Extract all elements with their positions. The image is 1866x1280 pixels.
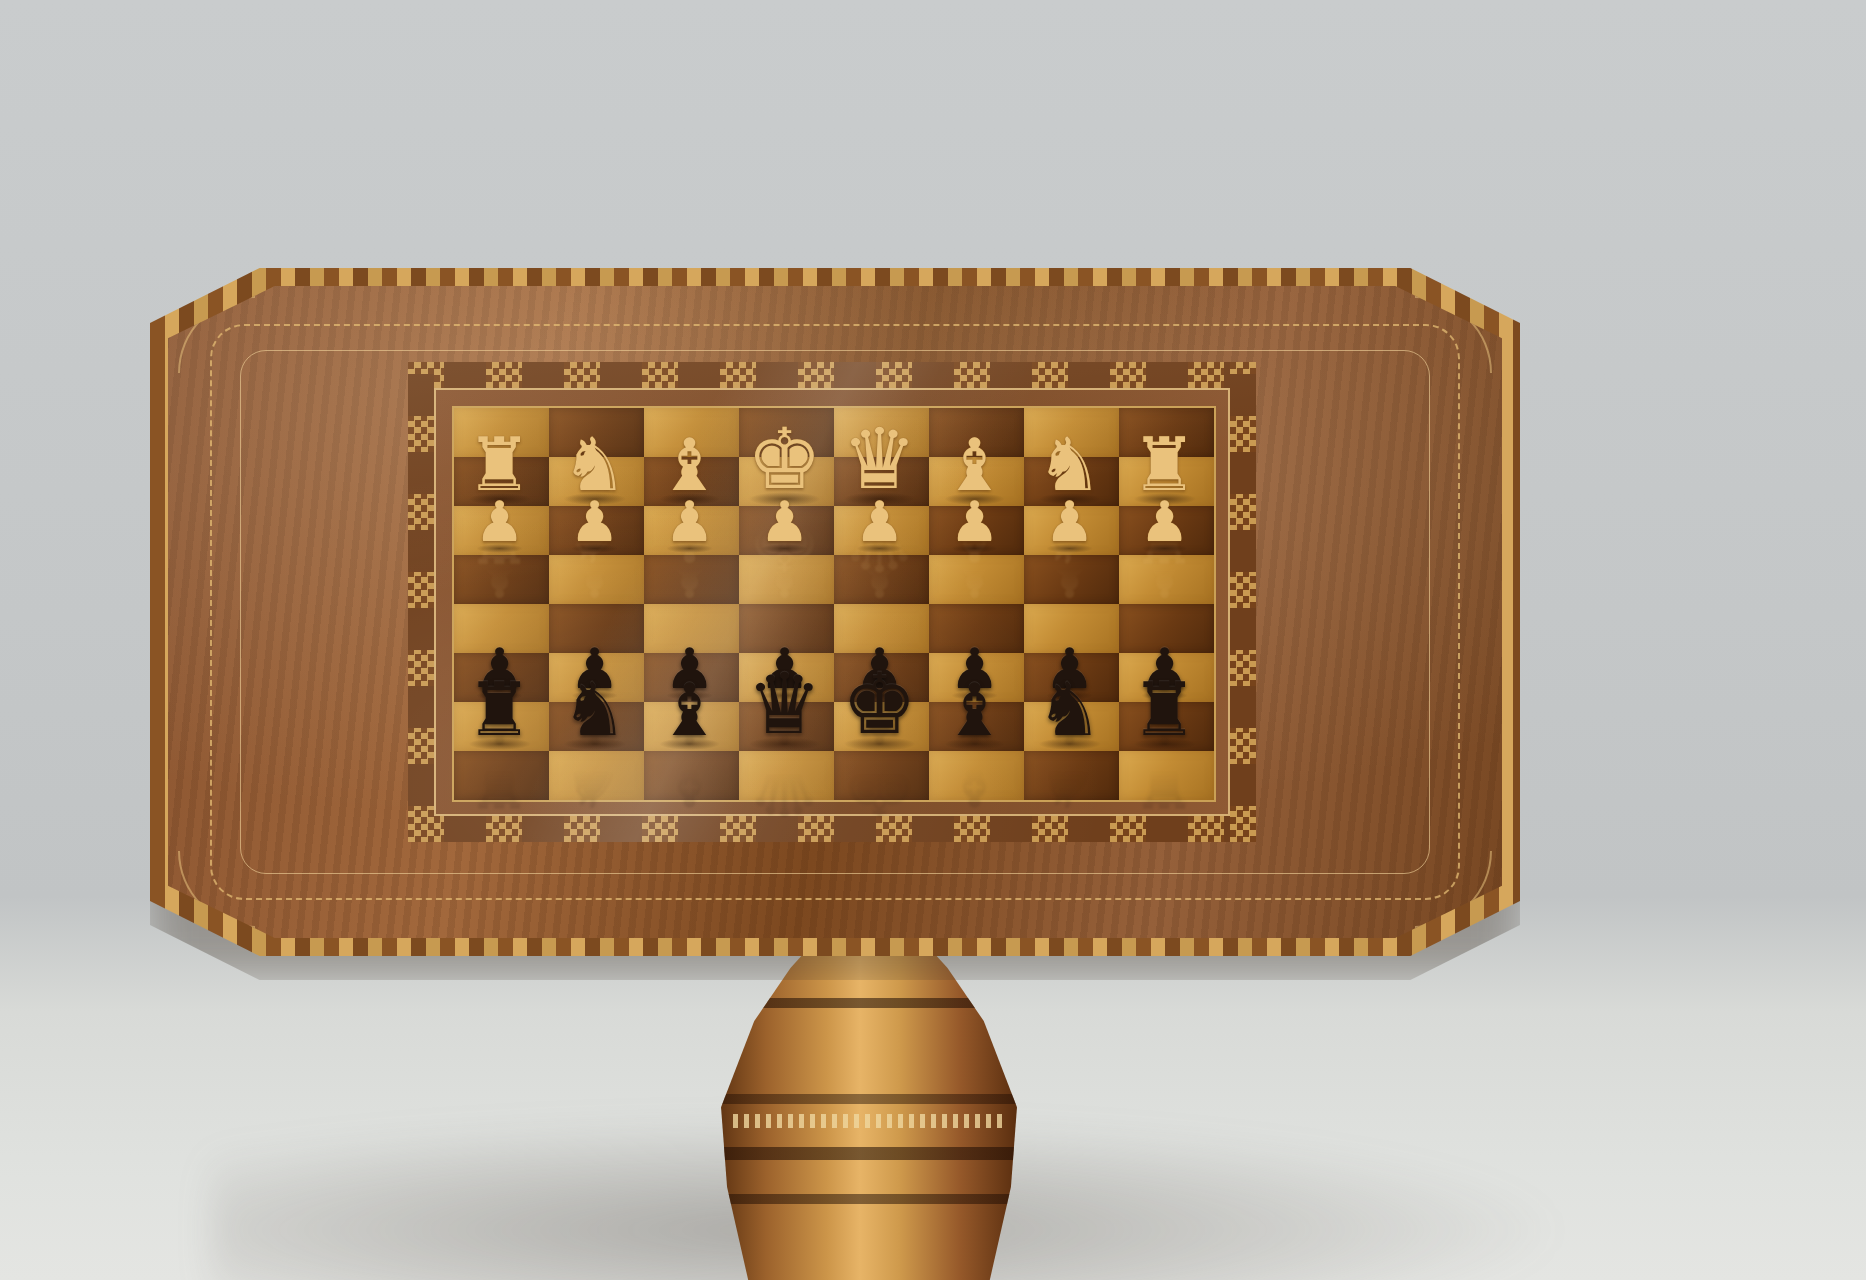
board-square xyxy=(644,408,739,457)
board-square xyxy=(1024,457,1119,506)
pedestal-inlay-band xyxy=(733,1114,1005,1128)
board-square xyxy=(834,506,929,555)
board-square xyxy=(1119,457,1214,506)
board-square xyxy=(834,604,929,653)
board-square xyxy=(549,751,644,800)
board-square xyxy=(1119,408,1214,457)
board-square xyxy=(644,653,739,702)
board-square xyxy=(1119,702,1214,751)
board-square xyxy=(1119,653,1214,702)
board-square xyxy=(1024,604,1119,653)
board-square xyxy=(549,702,644,751)
board-square xyxy=(1119,506,1214,555)
board-square xyxy=(739,702,834,751)
board-square xyxy=(454,702,549,751)
board-square xyxy=(929,702,1024,751)
board-square xyxy=(549,506,644,555)
board-square xyxy=(549,457,644,506)
checkered-inlay-band xyxy=(408,362,434,842)
board-square xyxy=(739,604,834,653)
board-square xyxy=(834,751,929,800)
board-square xyxy=(1119,604,1214,653)
board-square xyxy=(739,506,834,555)
board-square xyxy=(834,702,929,751)
board-square xyxy=(929,653,1024,702)
board-square xyxy=(1024,702,1119,751)
board-square xyxy=(644,506,739,555)
board-square xyxy=(549,604,644,653)
checkered-inlay-band xyxy=(1230,362,1256,842)
board-square xyxy=(739,653,834,702)
board-square xyxy=(929,408,1024,457)
studio-scene: ♜♜♞♞♝♝♚♚♛♛♝♝♞♞♜♜♟♟♟♟♟♟♟♟♟♟♟♟♟♟♟♟♟♟♟♟♟♟♟♟… xyxy=(0,0,1866,1280)
board-square xyxy=(1024,653,1119,702)
board-square xyxy=(929,457,1024,506)
board-square xyxy=(1119,751,1214,800)
board-square xyxy=(454,653,549,702)
board-square xyxy=(739,408,834,457)
board-square xyxy=(929,555,1024,604)
table-pedestal xyxy=(718,948,1020,1280)
board-square xyxy=(644,555,739,604)
board-square xyxy=(834,408,929,457)
board-square xyxy=(454,604,549,653)
board-square xyxy=(1024,751,1119,800)
board-square xyxy=(739,457,834,506)
board-square xyxy=(1119,555,1214,604)
board-square xyxy=(644,457,739,506)
board-square xyxy=(834,457,929,506)
board-square xyxy=(454,457,549,506)
chess-board xyxy=(452,406,1216,802)
board-square xyxy=(454,506,549,555)
board-square xyxy=(739,555,834,604)
checkered-inlay-band xyxy=(408,362,1256,388)
board-square xyxy=(834,555,929,604)
board-square xyxy=(549,653,644,702)
board-square xyxy=(929,506,1024,555)
board-square xyxy=(644,604,739,653)
checkered-inlay-band xyxy=(408,816,1256,842)
board-square xyxy=(644,751,739,800)
board-square xyxy=(739,751,834,800)
board-square xyxy=(1024,555,1119,604)
board-square xyxy=(1024,506,1119,555)
board-square xyxy=(454,555,549,604)
board-square xyxy=(454,408,549,457)
board-square xyxy=(1024,408,1119,457)
board-square xyxy=(834,653,929,702)
board-square xyxy=(929,751,1024,800)
board-square xyxy=(644,702,739,751)
board-square xyxy=(454,751,549,800)
board-square xyxy=(549,555,644,604)
board-square xyxy=(549,408,644,457)
board-square xyxy=(929,604,1024,653)
